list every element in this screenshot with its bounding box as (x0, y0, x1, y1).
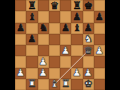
piece-black-rook[interactable]: ♜ (72, 1, 81, 11)
chess-diagram-screen: ♜♛♜♚♝♟♟♟♞♟♝♟♟♞♟♛♟♟♟♟♟♟♜♝♜♚ (0, 0, 120, 90)
square-h3[interactable] (94, 56, 105, 67)
piece-white-pawn[interactable]: ♟ (39, 68, 48, 78)
square-d8[interactable]: ♛ (49, 0, 60, 11)
square-g1[interactable]: ♚ (83, 79, 94, 90)
piece-white-rook[interactable]: ♜ (27, 79, 36, 89)
piece-black-bishop[interactable]: ♝ (72, 23, 81, 33)
square-d3[interactable] (49, 56, 60, 67)
square-g5[interactable]: ♞ (83, 34, 94, 45)
square-g7[interactable] (83, 11, 94, 22)
square-e6[interactable]: ♟ (60, 23, 71, 34)
piece-white-bishop[interactable]: ♝ (50, 79, 59, 89)
square-c5[interactable] (38, 34, 49, 45)
piece-black-queen[interactable]: ♛ (50, 1, 59, 11)
left-letterbox-bar (0, 0, 15, 90)
square-e8[interactable] (60, 0, 71, 11)
square-b7[interactable]: ♝ (26, 11, 37, 22)
square-a1[interactable] (15, 79, 26, 90)
piece-black-bishop[interactable]: ♝ (27, 12, 36, 22)
square-c4[interactable] (38, 45, 49, 56)
square-h7[interactable]: ♟ (94, 11, 105, 22)
square-f8[interactable]: ♜ (71, 0, 82, 11)
square-d1[interactable]: ♝ (49, 79, 60, 90)
square-h1[interactable] (94, 79, 105, 90)
square-a8[interactable] (15, 0, 26, 11)
piece-black-rook[interactable]: ♜ (27, 1, 36, 11)
piece-black-king[interactable]: ♚ (84, 1, 93, 11)
square-f6[interactable]: ♝ (71, 23, 82, 34)
square-f7[interactable]: ♟ (71, 11, 82, 22)
piece-white-queen[interactable]: ♛ (84, 46, 93, 56)
square-a7[interactable] (15, 11, 26, 22)
square-f5[interactable] (71, 34, 82, 45)
square-e3[interactable] (60, 56, 71, 67)
piece-white-pawn[interactable]: ♟ (84, 68, 93, 78)
square-e5[interactable] (60, 34, 71, 45)
square-f4[interactable] (71, 45, 82, 56)
square-a3[interactable] (15, 56, 26, 67)
square-c3[interactable]: ♟ (38, 56, 49, 67)
square-g8[interactable]: ♚ (83, 0, 94, 11)
piece-black-pawn[interactable]: ♟ (16, 23, 25, 33)
piece-white-rook[interactable]: ♜ (61, 79, 70, 89)
square-f1[interactable] (71, 79, 82, 90)
piece-white-pawn[interactable]: ♟ (95, 46, 104, 56)
square-b4[interactable] (26, 45, 37, 56)
right-letterbox-bar (105, 0, 120, 90)
square-d7[interactable] (49, 11, 60, 22)
piece-black-knight[interactable]: ♞ (39, 23, 48, 33)
square-d5[interactable] (49, 34, 60, 45)
square-d6[interactable] (49, 23, 60, 34)
square-f3[interactable] (71, 56, 82, 67)
square-a2[interactable]: ♟ (15, 68, 26, 79)
square-a5[interactable] (15, 34, 26, 45)
square-h8[interactable] (94, 0, 105, 11)
square-h5[interactable] (94, 34, 105, 45)
piece-black-pawn[interactable]: ♟ (61, 23, 70, 33)
square-b8[interactable]: ♜ (26, 0, 37, 11)
square-c8[interactable] (38, 0, 49, 11)
piece-white-king[interactable]: ♚ (84, 79, 93, 89)
square-e4[interactable]: ♟ (60, 45, 71, 56)
square-b5[interactable]: ♟ (26, 34, 37, 45)
chess-board: ♜♛♜♚♝♟♟♟♞♟♝♟♟♞♟♛♟♟♟♟♟♟♜♝♜♚ (15, 0, 105, 90)
square-g4[interactable]: ♛ (83, 45, 94, 56)
square-h4[interactable]: ♟ (94, 45, 105, 56)
square-a4[interactable] (15, 45, 26, 56)
square-c6[interactable]: ♞ (38, 23, 49, 34)
piece-white-pawn[interactable]: ♟ (61, 46, 70, 56)
square-h6[interactable] (94, 23, 105, 34)
square-c2[interactable]: ♟ (38, 68, 49, 79)
square-f2[interactable]: ♟ (71, 68, 82, 79)
piece-black-pawn[interactable]: ♟ (84, 23, 93, 33)
piece-black-pawn[interactable]: ♟ (72, 12, 81, 22)
square-e7[interactable] (60, 11, 71, 22)
square-b3[interactable] (26, 56, 37, 67)
piece-white-knight[interactable]: ♞ (84, 34, 93, 44)
square-g3[interactable] (83, 56, 94, 67)
piece-black-pawn[interactable]: ♟ (27, 34, 36, 44)
square-d4[interactable] (49, 45, 60, 56)
square-c7[interactable] (38, 11, 49, 22)
square-e1[interactable]: ♜ (60, 79, 71, 90)
piece-white-pawn[interactable]: ♟ (39, 57, 48, 67)
piece-white-pawn[interactable]: ♟ (16, 68, 25, 78)
piece-white-pawn[interactable]: ♟ (72, 68, 81, 78)
square-h2[interactable] (94, 68, 105, 79)
piece-black-pawn[interactable]: ♟ (95, 12, 104, 22)
square-a6[interactable]: ♟ (15, 23, 26, 34)
square-c1[interactable] (38, 79, 49, 90)
square-b1[interactable]: ♜ (26, 79, 37, 90)
